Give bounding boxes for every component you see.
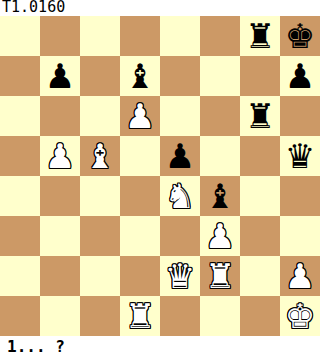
square-b6[interactable] bbox=[40, 96, 80, 136]
square-c5[interactable]: ♝ bbox=[80, 136, 120, 176]
square-b4[interactable] bbox=[40, 176, 80, 216]
white-pawn: ♟ bbox=[40, 136, 80, 176]
square-c7[interactable] bbox=[80, 56, 120, 96]
square-c6[interactable] bbox=[80, 96, 120, 136]
square-e3[interactable] bbox=[160, 216, 200, 256]
white-pawn: ♟ bbox=[120, 96, 160, 136]
black-queen: ♛ bbox=[280, 136, 320, 176]
white-queen: ♛ bbox=[160, 256, 200, 296]
square-d4[interactable] bbox=[120, 176, 160, 216]
square-h7[interactable]: ♟ bbox=[280, 56, 320, 96]
square-h2[interactable]: ♟ bbox=[280, 256, 320, 296]
square-d7[interactable]: ♝ bbox=[120, 56, 160, 96]
square-c3[interactable] bbox=[80, 216, 120, 256]
square-a4[interactable] bbox=[0, 176, 40, 216]
black-pawn: ♟ bbox=[280, 56, 320, 96]
square-f6[interactable] bbox=[200, 96, 240, 136]
square-a1[interactable] bbox=[0, 296, 40, 336]
square-f5[interactable] bbox=[200, 136, 240, 176]
square-g2[interactable] bbox=[240, 256, 280, 296]
white-pawn: ♟ bbox=[200, 216, 240, 256]
square-b1[interactable] bbox=[40, 296, 80, 336]
square-g1[interactable] bbox=[240, 296, 280, 336]
black-king: ♚ bbox=[280, 16, 320, 56]
square-a7[interactable] bbox=[0, 56, 40, 96]
square-b2[interactable] bbox=[40, 256, 80, 296]
white-bishop: ♝ bbox=[80, 136, 120, 176]
square-a8[interactable] bbox=[0, 16, 40, 56]
square-f7[interactable] bbox=[200, 56, 240, 96]
square-h8[interactable]: ♚ bbox=[280, 16, 320, 56]
square-a5[interactable] bbox=[0, 136, 40, 176]
square-c2[interactable] bbox=[80, 256, 120, 296]
chess-board: ♜♚♟♝♟♟♜♟♝♟♛♞♝♟♛♜♟♜♚ bbox=[0, 16, 320, 336]
square-c4[interactable] bbox=[80, 176, 120, 216]
square-h5[interactable]: ♛ bbox=[280, 136, 320, 176]
move-prompt: 1... ? bbox=[0, 336, 320, 360]
square-b7[interactable]: ♟ bbox=[40, 56, 80, 96]
square-c8[interactable] bbox=[80, 16, 120, 56]
black-pawn: ♟ bbox=[40, 56, 80, 96]
square-a6[interactable] bbox=[0, 96, 40, 136]
square-g6[interactable]: ♜ bbox=[240, 96, 280, 136]
square-a2[interactable] bbox=[0, 256, 40, 296]
square-d3[interactable] bbox=[120, 216, 160, 256]
puzzle-id: T1.0160 bbox=[0, 0, 320, 16]
black-bishop: ♝ bbox=[200, 176, 240, 216]
white-knight: ♞ bbox=[160, 176, 200, 216]
square-g3[interactable] bbox=[240, 216, 280, 256]
square-f8[interactable] bbox=[200, 16, 240, 56]
square-g8[interactable]: ♜ bbox=[240, 16, 280, 56]
black-rook: ♜ bbox=[240, 96, 280, 136]
black-pawn: ♟ bbox=[160, 136, 200, 176]
square-b5[interactable]: ♟ bbox=[40, 136, 80, 176]
square-c1[interactable] bbox=[80, 296, 120, 336]
square-b8[interactable] bbox=[40, 16, 80, 56]
square-e4[interactable]: ♞ bbox=[160, 176, 200, 216]
white-king: ♚ bbox=[280, 296, 320, 336]
square-a3[interactable] bbox=[0, 216, 40, 256]
square-b3[interactable] bbox=[40, 216, 80, 256]
square-d2[interactable] bbox=[120, 256, 160, 296]
square-h6[interactable] bbox=[280, 96, 320, 136]
square-h1[interactable]: ♚ bbox=[280, 296, 320, 336]
square-e6[interactable] bbox=[160, 96, 200, 136]
black-bishop: ♝ bbox=[120, 56, 160, 96]
square-f3[interactable]: ♟ bbox=[200, 216, 240, 256]
square-h3[interactable] bbox=[280, 216, 320, 256]
white-rook: ♜ bbox=[120, 296, 160, 336]
square-f1[interactable] bbox=[200, 296, 240, 336]
square-e5[interactable]: ♟ bbox=[160, 136, 200, 176]
square-g7[interactable] bbox=[240, 56, 280, 96]
square-d6[interactable]: ♟ bbox=[120, 96, 160, 136]
black-rook: ♜ bbox=[240, 16, 280, 56]
square-f2[interactable]: ♜ bbox=[200, 256, 240, 296]
square-e2[interactable]: ♛ bbox=[160, 256, 200, 296]
square-g4[interactable] bbox=[240, 176, 280, 216]
square-d8[interactable] bbox=[120, 16, 160, 56]
square-e8[interactable] bbox=[160, 16, 200, 56]
white-pawn: ♟ bbox=[280, 256, 320, 296]
white-rook: ♜ bbox=[200, 256, 240, 296]
square-h4[interactable] bbox=[280, 176, 320, 216]
square-f4[interactable]: ♝ bbox=[200, 176, 240, 216]
square-d1[interactable]: ♜ bbox=[120, 296, 160, 336]
square-e7[interactable] bbox=[160, 56, 200, 96]
square-g5[interactable] bbox=[240, 136, 280, 176]
square-e1[interactable] bbox=[160, 296, 200, 336]
square-d5[interactable] bbox=[120, 136, 160, 176]
